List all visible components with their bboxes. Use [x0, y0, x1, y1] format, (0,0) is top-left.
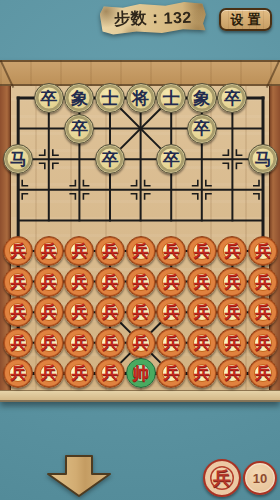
red-soldier-piece[interactable]: 兵	[3, 297, 33, 327]
red-soldier-piece[interactable]: 兵	[95, 267, 125, 297]
black-general-piece[interactable]: 将	[126, 83, 156, 113]
red-soldier-piece[interactable]: 兵	[95, 297, 125, 327]
black-soldier-piece[interactable]: 卒	[64, 114, 94, 144]
red-soldier-piece[interactable]: 兵	[248, 236, 278, 266]
black-elephant-piece[interactable]: 象	[187, 83, 217, 113]
red-soldier-piece[interactable]: 兵	[64, 328, 94, 358]
red-soldier-piece[interactable]: 兵	[126, 236, 156, 266]
red-soldier-piece[interactable]: 兵	[34, 358, 64, 388]
black-horse-piece[interactable]: 马	[3, 144, 33, 174]
red-soldier-piece[interactable]: 兵	[126, 328, 156, 358]
red-soldier-piece[interactable]: 兵	[187, 236, 217, 266]
red-soldier-piece[interactable]: 兵	[187, 328, 217, 358]
steps-counter-paper: 步数：132	[99, 1, 206, 36]
down-arrow-icon	[48, 456, 110, 496]
red-soldier-piece[interactable]: 兵	[95, 358, 125, 388]
red-soldier-piece[interactable]: 兵	[3, 236, 33, 266]
steps-counter: 步数：132	[100, 3, 206, 34]
red-soldier-piece[interactable]: 兵	[64, 297, 94, 327]
app-screen: 步数：132 设置 卒象士将士象卒卒卒马卒卒马兵兵兵兵兵兵兵兵兵兵兵兵兵兵兵兵兵…	[0, 0, 280, 500]
red-soldier-piece[interactable]: 兵	[64, 267, 94, 297]
black-soldier-piece[interactable]: 卒	[34, 83, 64, 113]
red-soldier-piece[interactable]: 兵	[187, 358, 217, 388]
red-soldier-piece[interactable]: 兵	[34, 236, 64, 266]
red-soldier-piece[interactable]: 兵	[126, 297, 156, 327]
black-elephant-piece[interactable]: 象	[64, 83, 94, 113]
reserve-soldier-button[interactable]: 兵	[203, 459, 241, 497]
black-soldier-piece[interactable]: 卒	[217, 83, 247, 113]
red-general-piece[interactable]: 帅	[126, 358, 156, 388]
red-soldier-piece[interactable]: 兵	[3, 328, 33, 358]
red-soldier-piece[interactable]: 兵	[156, 267, 186, 297]
black-advisor-piece[interactable]: 士	[95, 83, 125, 113]
red-soldier-piece[interactable]: 兵	[34, 297, 64, 327]
red-soldier-piece[interactable]: 兵	[217, 328, 247, 358]
black-soldier-piece[interactable]: 卒	[156, 144, 186, 174]
steps-label: 步数：	[114, 8, 164, 31]
red-soldier-piece[interactable]: 兵	[217, 236, 247, 266]
settings-button[interactable]: 设置	[219, 8, 272, 31]
red-soldier-piece[interactable]: 兵	[217, 297, 247, 327]
red-soldier-piece[interactable]: 兵	[64, 358, 94, 388]
red-soldier-piece[interactable]: 兵	[187, 297, 217, 327]
black-soldier-piece[interactable]: 卒	[187, 114, 217, 144]
black-advisor-piece[interactable]: 士	[156, 83, 186, 113]
pieces-layer: 卒象士将士象卒卒卒马卒卒马兵兵兵兵兵兵兵兵兵兵兵兵兵兵兵兵兵兵兵兵兵兵兵兵兵兵兵…	[0, 60, 280, 402]
reserve-soldier-glyph: 兵	[213, 466, 231, 490]
red-soldier-piece[interactable]: 兵	[248, 267, 278, 297]
red-soldier-piece[interactable]: 兵	[34, 328, 64, 358]
red-soldier-piece[interactable]: 兵	[34, 267, 64, 297]
red-soldier-piece[interactable]: 兵	[217, 358, 247, 388]
black-soldier-piece[interactable]: 卒	[95, 144, 125, 174]
red-soldier-piece[interactable]: 兵	[3, 358, 33, 388]
steps-value: 132	[163, 8, 192, 27]
red-soldier-piece[interactable]: 兵	[248, 297, 278, 327]
red-soldier-piece[interactable]: 兵	[3, 267, 33, 297]
down-arrow-button[interactable]	[45, 454, 113, 498]
red-soldier-piece[interactable]: 兵	[248, 358, 278, 388]
red-soldier-piece[interactable]: 兵	[187, 267, 217, 297]
red-soldier-piece[interactable]: 兵	[156, 358, 186, 388]
reserve-count: 10	[253, 471, 267, 486]
xiangqi-board: 卒象士将士象卒卒卒马卒卒马兵兵兵兵兵兵兵兵兵兵兵兵兵兵兵兵兵兵兵兵兵兵兵兵兵兵兵…	[0, 60, 280, 402]
red-soldier-piece[interactable]: 兵	[95, 236, 125, 266]
red-soldier-piece[interactable]: 兵	[156, 297, 186, 327]
red-soldier-piece[interactable]: 兵	[95, 328, 125, 358]
red-soldier-piece[interactable]: 兵	[64, 236, 94, 266]
black-horse-piece[interactable]: 马	[248, 144, 278, 174]
red-soldier-piece[interactable]: 兵	[248, 328, 278, 358]
red-soldier-piece[interactable]: 兵	[217, 267, 247, 297]
red-soldier-piece[interactable]: 兵	[156, 328, 186, 358]
reserve-count-badge: 10	[243, 461, 277, 495]
red-soldier-piece[interactable]: 兵	[156, 236, 186, 266]
red-soldier-piece[interactable]: 兵	[126, 267, 156, 297]
